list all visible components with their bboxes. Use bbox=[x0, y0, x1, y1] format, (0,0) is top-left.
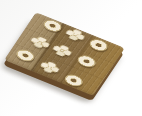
piece-r0c0-ring[interactable] bbox=[41, 17, 64, 33]
piece-r0c2-ring[interactable] bbox=[87, 37, 110, 53]
piece-r1c1-cross[interactable] bbox=[51, 42, 74, 58]
piece-r2c1-cross[interactable] bbox=[38, 59, 61, 75]
piece-r1c0-cross[interactable] bbox=[28, 34, 51, 50]
piece-r1c2-ring[interactable] bbox=[75, 53, 98, 69]
piece-r0c1-cross[interactable] bbox=[64, 27, 87, 43]
product-photo-scene bbox=[0, 0, 142, 116]
tic-tac-toe-board bbox=[4, 12, 125, 96]
piece-r2c0-ring[interactable] bbox=[13, 47, 36, 63]
